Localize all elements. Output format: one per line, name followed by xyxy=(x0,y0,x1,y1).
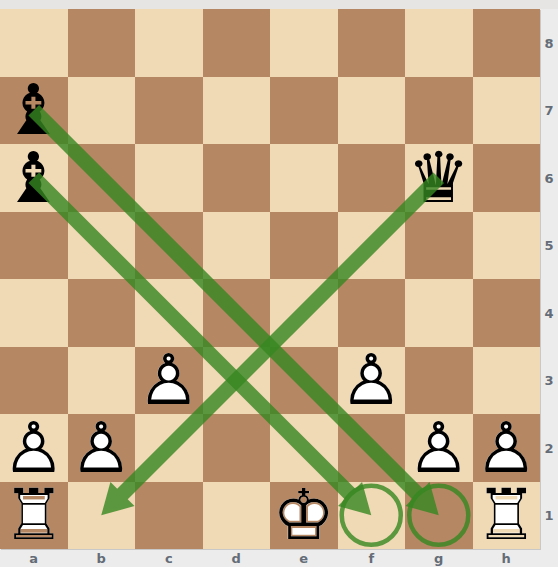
piece-white-pawn-a2[interactable]: ♟♙ xyxy=(0,414,68,482)
square-d4[interactable] xyxy=(203,279,271,347)
square-f4[interactable] xyxy=(338,279,406,347)
square-h8[interactable] xyxy=(473,9,541,77)
square-e2[interactable] xyxy=(270,414,338,482)
white-pawn-outline-icon: ♙ xyxy=(338,347,406,415)
black-bishop-icon: ♝ xyxy=(0,144,68,212)
file-label-g: g xyxy=(434,551,443,566)
square-g5[interactable] xyxy=(405,212,473,280)
rank-coordinates: 87654321 xyxy=(540,9,558,549)
white-king-outline-icon: ♔ xyxy=(270,482,338,550)
square-e4[interactable] xyxy=(270,279,338,347)
square-g4[interactable] xyxy=(405,279,473,347)
board-area: ♝♝♛♟♙♟♙♟♙♟♙♟♙♟♙♜♖♚♔♜♖ xyxy=(0,9,540,549)
square-h7[interactable] xyxy=(473,77,541,145)
piece-white-rook-a1[interactable]: ♜♖ xyxy=(0,482,68,550)
square-b7[interactable] xyxy=(68,77,136,145)
black-queen-icon: ♛ xyxy=(405,144,473,212)
square-b5[interactable] xyxy=(68,212,136,280)
square-g1[interactable] xyxy=(405,482,473,550)
square-b4[interactable] xyxy=(68,279,136,347)
square-c8[interactable] xyxy=(135,9,203,77)
top-bar xyxy=(0,0,558,9)
square-f7[interactable] xyxy=(338,77,406,145)
square-e5[interactable] xyxy=(270,212,338,280)
square-a8[interactable] xyxy=(0,9,68,77)
square-d6[interactable] xyxy=(203,144,271,212)
rank-label-6: 6 xyxy=(540,170,558,185)
square-e7[interactable] xyxy=(270,77,338,145)
file-label-c: c xyxy=(165,551,173,566)
square-h6[interactable] xyxy=(473,144,541,212)
square-d1[interactable] xyxy=(203,482,271,550)
piece-white-rook-h1[interactable]: ♜♖ xyxy=(473,482,541,550)
chess-app: ♝♝♛♟♙♟♙♟♙♟♙♟♙♟♙♜♖♚♔♜♖ 87654321 abcdefgh xyxy=(0,0,558,567)
square-b3[interactable] xyxy=(68,347,136,415)
square-e8[interactable] xyxy=(270,9,338,77)
piece-white-pawn-g2[interactable]: ♟♙ xyxy=(405,414,473,482)
file-label-f: f xyxy=(368,551,374,566)
piece-black-bishop-a6[interactable]: ♝ xyxy=(0,144,68,212)
piece-white-king-e1[interactable]: ♚♔ xyxy=(270,482,338,550)
square-d5[interactable] xyxy=(203,212,271,280)
white-pawn-outline-icon: ♙ xyxy=(135,347,203,415)
square-f1[interactable] xyxy=(338,482,406,550)
square-b8[interactable] xyxy=(68,9,136,77)
square-b1[interactable] xyxy=(68,482,136,550)
white-pawn-outline-icon: ♙ xyxy=(68,414,136,482)
square-a5[interactable] xyxy=(0,212,68,280)
square-f6[interactable] xyxy=(338,144,406,212)
piece-black-bishop-a7[interactable]: ♝ xyxy=(0,77,68,145)
square-d8[interactable] xyxy=(203,9,271,77)
white-pawn-outline-icon: ♙ xyxy=(0,414,68,482)
rank-label-5: 5 xyxy=(540,238,558,253)
square-c7[interactable] xyxy=(135,77,203,145)
piece-white-pawn-b2[interactable]: ♟♙ xyxy=(68,414,136,482)
square-h4[interactable] xyxy=(473,279,541,347)
square-b6[interactable] xyxy=(68,144,136,212)
rank-label-4: 4 xyxy=(540,305,558,320)
square-c2[interactable] xyxy=(135,414,203,482)
square-f2[interactable] xyxy=(338,414,406,482)
rank-label-7: 7 xyxy=(540,103,558,118)
square-c4[interactable] xyxy=(135,279,203,347)
piece-white-pawn-c3[interactable]: ♟♙ xyxy=(135,347,203,415)
piece-black-queen-g6[interactable]: ♛ xyxy=(405,144,473,212)
rank-label-2: 2 xyxy=(540,440,558,455)
square-g7[interactable] xyxy=(405,77,473,145)
square-d2[interactable] xyxy=(203,414,271,482)
rank-label-1: 1 xyxy=(540,508,558,523)
white-rook-outline-icon: ♖ xyxy=(0,482,68,550)
rank-label-3: 3 xyxy=(540,373,558,388)
rank-label-8: 8 xyxy=(540,35,558,50)
white-pawn-outline-icon: ♙ xyxy=(473,414,541,482)
white-pawn-outline-icon: ♙ xyxy=(405,414,473,482)
black-bishop-icon: ♝ xyxy=(0,77,68,145)
square-e3[interactable] xyxy=(270,347,338,415)
file-label-b: b xyxy=(97,551,106,566)
white-rook-outline-icon: ♖ xyxy=(473,482,541,550)
square-g3[interactable] xyxy=(405,347,473,415)
square-h3[interactable] xyxy=(473,347,541,415)
square-d7[interactable] xyxy=(203,77,271,145)
square-d3[interactable] xyxy=(203,347,271,415)
piece-white-pawn-f3[interactable]: ♟♙ xyxy=(338,347,406,415)
square-c6[interactable] xyxy=(135,144,203,212)
square-g8[interactable] xyxy=(405,9,473,77)
piece-white-pawn-h2[interactable]: ♟♙ xyxy=(473,414,541,482)
square-a4[interactable] xyxy=(0,279,68,347)
square-e6[interactable] xyxy=(270,144,338,212)
square-c1[interactable] xyxy=(135,482,203,550)
square-h5[interactable] xyxy=(473,212,541,280)
square-a3[interactable] xyxy=(0,347,68,415)
file-label-d: d xyxy=(232,551,241,566)
square-f5[interactable] xyxy=(338,212,406,280)
square-c5[interactable] xyxy=(135,212,203,280)
square-f8[interactable] xyxy=(338,9,406,77)
